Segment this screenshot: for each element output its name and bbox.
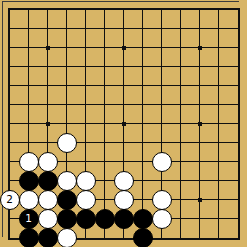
intersection-k4 xyxy=(190,171,209,190)
intersection-h11 xyxy=(133,38,152,57)
intersection-b3 xyxy=(19,190,38,209)
intersection-h10 xyxy=(133,57,152,76)
board-grid: 21 xyxy=(0,0,247,247)
intersection-g8 xyxy=(114,95,133,114)
intersection-g9 xyxy=(114,76,133,95)
intersection-i6 xyxy=(152,133,171,152)
intersection-e2 xyxy=(76,209,95,228)
intersection-m8 xyxy=(228,95,247,114)
intersection-e12 xyxy=(76,19,95,38)
intersection-f5 xyxy=(95,152,114,171)
white-stone xyxy=(76,171,96,191)
intersection-k9 xyxy=(190,76,209,95)
intersection-a7 xyxy=(0,114,19,133)
intersection-m13 xyxy=(228,0,247,19)
intersection-g4 xyxy=(114,171,133,190)
white-stone xyxy=(114,171,134,191)
intersection-d8 xyxy=(57,95,76,114)
intersection-d3 xyxy=(57,190,76,209)
intersection-b8 xyxy=(19,95,38,114)
black-stone xyxy=(57,190,77,210)
intersection-j9 xyxy=(171,76,190,95)
intersection-f1 xyxy=(95,228,114,247)
intersection-d12 xyxy=(57,19,76,38)
intersection-h4 xyxy=(133,171,152,190)
intersection-a11 xyxy=(0,38,19,57)
intersection-d13 xyxy=(57,0,76,19)
intersection-a5 xyxy=(0,152,19,171)
intersection-a2 xyxy=(0,209,19,228)
white-stone xyxy=(114,190,134,210)
intersection-a1 xyxy=(0,228,19,247)
intersection-h2 xyxy=(133,209,152,228)
intersection-k5 xyxy=(190,152,209,171)
intersection-f6 xyxy=(95,133,114,152)
intersection-e1 xyxy=(76,228,95,247)
black-stone: 1 xyxy=(19,209,39,229)
intersection-e9 xyxy=(76,76,95,95)
white-stone xyxy=(152,190,172,210)
intersection-i13 xyxy=(152,0,171,19)
intersection-e6 xyxy=(76,133,95,152)
white-stone xyxy=(38,190,58,210)
intersection-b12 xyxy=(19,19,38,38)
intersection-g12 xyxy=(114,19,133,38)
intersection-i1 xyxy=(152,228,171,247)
intersection-l7 xyxy=(209,114,228,133)
intersection-h1 xyxy=(133,228,152,247)
intersection-h5 xyxy=(133,152,152,171)
intersection-i9 xyxy=(152,76,171,95)
intersection-k11 xyxy=(190,38,209,57)
intersection-d1 xyxy=(57,228,76,247)
intersection-e3 xyxy=(76,190,95,209)
intersection-d9 xyxy=(57,76,76,95)
intersection-i5 xyxy=(152,152,171,171)
intersection-c8 xyxy=(38,95,57,114)
intersection-e7 xyxy=(76,114,95,133)
intersection-e10 xyxy=(76,57,95,76)
intersection-g6 xyxy=(114,133,133,152)
intersection-f3 xyxy=(95,190,114,209)
intersection-l6 xyxy=(209,133,228,152)
intersection-e13 xyxy=(76,0,95,19)
intersection-i3 xyxy=(152,190,171,209)
white-stone xyxy=(19,152,39,172)
intersection-c6 xyxy=(38,133,57,152)
intersection-d2 xyxy=(57,209,76,228)
white-stone xyxy=(38,209,58,229)
intersection-b11 xyxy=(19,38,38,57)
intersection-f12 xyxy=(95,19,114,38)
intersection-f10 xyxy=(95,57,114,76)
intersection-b13 xyxy=(19,0,38,19)
intersection-g13 xyxy=(114,0,133,19)
intersection-m11 xyxy=(228,38,247,57)
intersection-m12 xyxy=(228,19,247,38)
black-stone xyxy=(114,209,134,229)
intersection-j5 xyxy=(171,152,190,171)
intersection-e5 xyxy=(76,152,95,171)
intersection-g1 xyxy=(114,228,133,247)
intersection-b6 xyxy=(19,133,38,152)
intersection-a4 xyxy=(0,171,19,190)
intersection-c12 xyxy=(38,19,57,38)
intersection-d7 xyxy=(57,114,76,133)
intersection-b4 xyxy=(19,171,38,190)
intersection-l12 xyxy=(209,19,228,38)
white-stone xyxy=(152,152,172,172)
intersection-l4 xyxy=(209,171,228,190)
intersection-m2 xyxy=(228,209,247,228)
intersection-i2 xyxy=(152,209,171,228)
intersection-h12 xyxy=(133,19,152,38)
intersection-i4 xyxy=(152,171,171,190)
intersection-c11 xyxy=(38,38,57,57)
intersection-l2 xyxy=(209,209,228,228)
intersection-j10 xyxy=(171,57,190,76)
intersection-j3 xyxy=(171,190,190,209)
white-stone: 2 xyxy=(0,190,20,210)
intersection-k6 xyxy=(190,133,209,152)
intersection-a8 xyxy=(0,95,19,114)
black-stone xyxy=(133,209,153,229)
intersection-f7 xyxy=(95,114,114,133)
intersection-d5 xyxy=(57,152,76,171)
intersection-m7 xyxy=(228,114,247,133)
intersection-c1 xyxy=(38,228,57,247)
intersection-f2 xyxy=(95,209,114,228)
intersection-a12 xyxy=(0,19,19,38)
go-board-diagram: 21 xyxy=(0,0,247,247)
intersection-a6 xyxy=(0,133,19,152)
intersection-c13 xyxy=(38,0,57,19)
intersection-c2 xyxy=(38,209,57,228)
intersection-b2: 1 xyxy=(19,209,38,228)
intersection-c4 xyxy=(38,171,57,190)
intersection-k2 xyxy=(190,209,209,228)
intersection-k10 xyxy=(190,57,209,76)
intersection-m9 xyxy=(228,76,247,95)
intersection-f11 xyxy=(95,38,114,57)
intersection-b5 xyxy=(19,152,38,171)
intersection-l5 xyxy=(209,152,228,171)
intersection-f8 xyxy=(95,95,114,114)
intersection-l11 xyxy=(209,38,228,57)
intersection-j13 xyxy=(171,0,190,19)
intersection-g3 xyxy=(114,190,133,209)
intersection-j6 xyxy=(171,133,190,152)
intersection-a10 xyxy=(0,57,19,76)
intersection-d10 xyxy=(57,57,76,76)
black-stone xyxy=(76,209,96,229)
intersection-h7 xyxy=(133,114,152,133)
intersection-f9 xyxy=(95,76,114,95)
intersection-l1 xyxy=(209,228,228,247)
intersection-j1 xyxy=(171,228,190,247)
intersection-c3 xyxy=(38,190,57,209)
white-stone xyxy=(19,190,39,210)
intersection-m3 xyxy=(228,190,247,209)
intersection-j4 xyxy=(171,171,190,190)
intersection-h8 xyxy=(133,95,152,114)
move-label-1: 1 xyxy=(25,213,32,224)
black-stone xyxy=(38,228,58,247)
intersection-g2 xyxy=(114,209,133,228)
intersection-h13 xyxy=(133,0,152,19)
intersection-k7 xyxy=(190,114,209,133)
intersection-h6 xyxy=(133,133,152,152)
intersection-c5 xyxy=(38,152,57,171)
intersection-i10 xyxy=(152,57,171,76)
intersection-e8 xyxy=(76,95,95,114)
intersection-b7 xyxy=(19,114,38,133)
intersection-e4 xyxy=(76,171,95,190)
intersection-g7 xyxy=(114,114,133,133)
intersection-c7 xyxy=(38,114,57,133)
intersection-j11 xyxy=(171,38,190,57)
intersection-f13 xyxy=(95,0,114,19)
intersection-d6 xyxy=(57,133,76,152)
intersection-g5 xyxy=(114,152,133,171)
intersection-c10 xyxy=(38,57,57,76)
intersection-j7 xyxy=(171,114,190,133)
intersection-b10 xyxy=(19,57,38,76)
intersection-k12 xyxy=(190,19,209,38)
black-stone xyxy=(19,171,39,191)
intersection-j8 xyxy=(171,95,190,114)
white-stone xyxy=(38,152,58,172)
intersection-m1 xyxy=(228,228,247,247)
intersection-h9 xyxy=(133,76,152,95)
white-stone xyxy=(57,171,77,191)
intersection-d11 xyxy=(57,38,76,57)
intersection-i8 xyxy=(152,95,171,114)
intersection-l3 xyxy=(209,190,228,209)
intersection-l13 xyxy=(209,0,228,19)
intersection-i12 xyxy=(152,19,171,38)
intersection-a13 xyxy=(0,0,19,19)
intersection-l8 xyxy=(209,95,228,114)
intersection-g10 xyxy=(114,57,133,76)
intersection-d4 xyxy=(57,171,76,190)
intersection-i7 xyxy=(152,114,171,133)
intersection-a3: 2 xyxy=(0,190,19,209)
intersection-j12 xyxy=(171,19,190,38)
intersection-l9 xyxy=(209,76,228,95)
intersection-k1 xyxy=(190,228,209,247)
intersection-g11 xyxy=(114,38,133,57)
intersection-b9 xyxy=(19,76,38,95)
white-stone xyxy=(57,228,77,247)
intersection-m4 xyxy=(228,171,247,190)
white-stone xyxy=(152,209,172,229)
black-stone xyxy=(19,228,39,247)
intersection-c9 xyxy=(38,76,57,95)
white-stone xyxy=(57,133,77,153)
intersection-f4 xyxy=(95,171,114,190)
intersection-i11 xyxy=(152,38,171,57)
intersection-k13 xyxy=(190,0,209,19)
intersection-b1 xyxy=(19,228,38,247)
intersection-e11 xyxy=(76,38,95,57)
intersection-m6 xyxy=(228,133,247,152)
intersection-k8 xyxy=(190,95,209,114)
intersection-l10 xyxy=(209,57,228,76)
intersection-j2 xyxy=(171,209,190,228)
move-label-2: 2 xyxy=(6,194,13,205)
intersection-h3 xyxy=(133,190,152,209)
black-stone xyxy=(38,171,58,191)
white-stone xyxy=(76,190,96,210)
black-stone xyxy=(95,209,115,229)
intersection-m10 xyxy=(228,57,247,76)
intersection-a9 xyxy=(0,76,19,95)
black-stone xyxy=(57,209,77,229)
black-stone xyxy=(133,228,153,247)
intersection-k3 xyxy=(190,190,209,209)
intersection-m5 xyxy=(228,152,247,171)
